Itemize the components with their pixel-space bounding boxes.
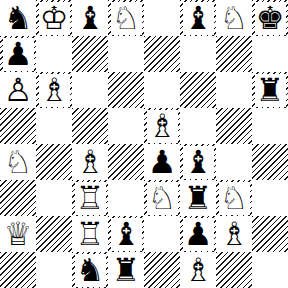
piece-black-bishop[interactable]: ♝ bbox=[183, 2, 214, 35]
square-e7[interactable] bbox=[144, 36, 180, 72]
square-b3[interactable] bbox=[36, 180, 72, 216]
piece-white-knight[interactable]: ♘ bbox=[147, 182, 178, 215]
square-e8[interactable] bbox=[144, 0, 180, 36]
piece-white-knight[interactable]: ♘ bbox=[219, 182, 250, 215]
square-g4[interactable] bbox=[216, 144, 252, 180]
piece-black-bishop[interactable]: ♝ bbox=[111, 218, 142, 251]
square-g7[interactable] bbox=[216, 36, 252, 72]
piece-white-bishop[interactable]: ♗ bbox=[75, 146, 106, 179]
square-d4[interactable] bbox=[108, 144, 144, 180]
square-d2[interactable]: ♝ bbox=[108, 216, 144, 252]
square-c6[interactable] bbox=[72, 72, 108, 108]
piece-black-knight[interactable]: ♞ bbox=[3, 2, 34, 35]
square-h4[interactable] bbox=[252, 144, 288, 180]
piece-black-pawn[interactable]: ♟ bbox=[183, 218, 214, 251]
square-f2[interactable]: ♟ bbox=[180, 216, 216, 252]
square-e2[interactable] bbox=[144, 216, 180, 252]
piece-white-pawn[interactable]: ♙ bbox=[3, 74, 34, 107]
piece-black-bishop[interactable]: ♝ bbox=[183, 146, 214, 179]
piece-black-rook[interactable]: ♜ bbox=[183, 182, 214, 215]
square-g8[interactable]: ♘ bbox=[216, 0, 252, 36]
piece-white-king[interactable]: ♔ bbox=[39, 2, 70, 35]
square-h6[interactable]: ♜ bbox=[252, 72, 288, 108]
square-g2[interactable]: ♗ bbox=[216, 216, 252, 252]
square-b8[interactable]: ♔ bbox=[36, 0, 72, 36]
square-b4[interactable] bbox=[36, 144, 72, 180]
square-b2[interactable] bbox=[36, 216, 72, 252]
piece-white-queen[interactable]: ♕ bbox=[3, 218, 34, 251]
square-d1[interactable]: ♜ bbox=[108, 252, 144, 288]
piece-black-knight[interactable]: ♞ bbox=[75, 254, 106, 287]
square-d3[interactable] bbox=[108, 180, 144, 216]
piece-white-knight[interactable]: ♘ bbox=[219, 2, 250, 35]
square-c4[interactable]: ♗ bbox=[72, 144, 108, 180]
square-d6[interactable] bbox=[108, 72, 144, 108]
square-a8[interactable]: ♞ bbox=[0, 0, 36, 36]
square-c8[interactable]: ♝ bbox=[72, 0, 108, 36]
square-c1[interactable]: ♞ bbox=[72, 252, 108, 288]
piece-white-knight[interactable]: ♘ bbox=[3, 146, 34, 179]
square-h5[interactable] bbox=[252, 108, 288, 144]
square-d5[interactable] bbox=[108, 108, 144, 144]
square-h2[interactable] bbox=[252, 216, 288, 252]
square-e6[interactable] bbox=[144, 72, 180, 108]
square-a2[interactable]: ♕ bbox=[0, 216, 36, 252]
square-b5[interactable] bbox=[36, 108, 72, 144]
square-g3[interactable]: ♘ bbox=[216, 180, 252, 216]
piece-black-bishop[interactable]: ♝ bbox=[75, 2, 106, 35]
piece-black-pawn[interactable]: ♟ bbox=[3, 38, 34, 71]
piece-white-rook[interactable]: ♖ bbox=[75, 218, 106, 251]
square-b7[interactable] bbox=[36, 36, 72, 72]
piece-white-rook[interactable]: ♖ bbox=[75, 182, 106, 215]
square-g5[interactable] bbox=[216, 108, 252, 144]
square-h8[interactable]: ♚ bbox=[252, 0, 288, 36]
piece-black-king[interactable]: ♚ bbox=[255, 2, 286, 35]
square-d8[interactable]: ♘ bbox=[108, 0, 144, 36]
square-f5[interactable] bbox=[180, 108, 216, 144]
piece-black-rook[interactable]: ♜ bbox=[255, 74, 286, 107]
square-a4[interactable]: ♘ bbox=[0, 144, 36, 180]
square-c3[interactable]: ♖ bbox=[72, 180, 108, 216]
square-f1[interactable]: ♗ bbox=[180, 252, 216, 288]
square-e3[interactable]: ♘ bbox=[144, 180, 180, 216]
piece-black-pawn[interactable]: ♟ bbox=[147, 146, 178, 179]
square-a1[interactable] bbox=[0, 252, 36, 288]
square-h3[interactable] bbox=[252, 180, 288, 216]
square-c7[interactable] bbox=[72, 36, 108, 72]
square-f6[interactable] bbox=[180, 72, 216, 108]
square-b6[interactable]: ♗ bbox=[36, 72, 72, 108]
piece-black-rook[interactable]: ♜ bbox=[111, 254, 142, 287]
piece-white-bishop[interactable]: ♗ bbox=[219, 218, 250, 251]
square-g6[interactable] bbox=[216, 72, 252, 108]
chess-board: ♞♔♝♘♝♘♚♟♙♗♜♗♘♗♟♝♖♘♜♘♕♖♝♟♗♞♜♗ bbox=[0, 0, 288, 288]
square-f7[interactable] bbox=[180, 36, 216, 72]
square-h7[interactable] bbox=[252, 36, 288, 72]
square-c5[interactable] bbox=[72, 108, 108, 144]
square-h1[interactable] bbox=[252, 252, 288, 288]
square-f4[interactable]: ♝ bbox=[180, 144, 216, 180]
square-e1[interactable] bbox=[144, 252, 180, 288]
square-a6[interactable]: ♙ bbox=[0, 72, 36, 108]
piece-white-bishop[interactable]: ♗ bbox=[39, 74, 70, 107]
square-f8[interactable]: ♝ bbox=[180, 0, 216, 36]
square-d7[interactable] bbox=[108, 36, 144, 72]
square-c2[interactable]: ♖ bbox=[72, 216, 108, 252]
square-a7[interactable]: ♟ bbox=[0, 36, 36, 72]
square-f3[interactable]: ♜ bbox=[180, 180, 216, 216]
piece-white-bishop[interactable]: ♗ bbox=[147, 110, 178, 143]
square-a3[interactable] bbox=[0, 180, 36, 216]
square-e5[interactable]: ♗ bbox=[144, 108, 180, 144]
square-a5[interactable] bbox=[0, 108, 36, 144]
square-g1[interactable] bbox=[216, 252, 252, 288]
square-e4[interactable]: ♟ bbox=[144, 144, 180, 180]
square-b1[interactable] bbox=[36, 252, 72, 288]
piece-white-bishop[interactable]: ♗ bbox=[183, 254, 214, 287]
piece-white-knight[interactable]: ♘ bbox=[111, 2, 142, 35]
